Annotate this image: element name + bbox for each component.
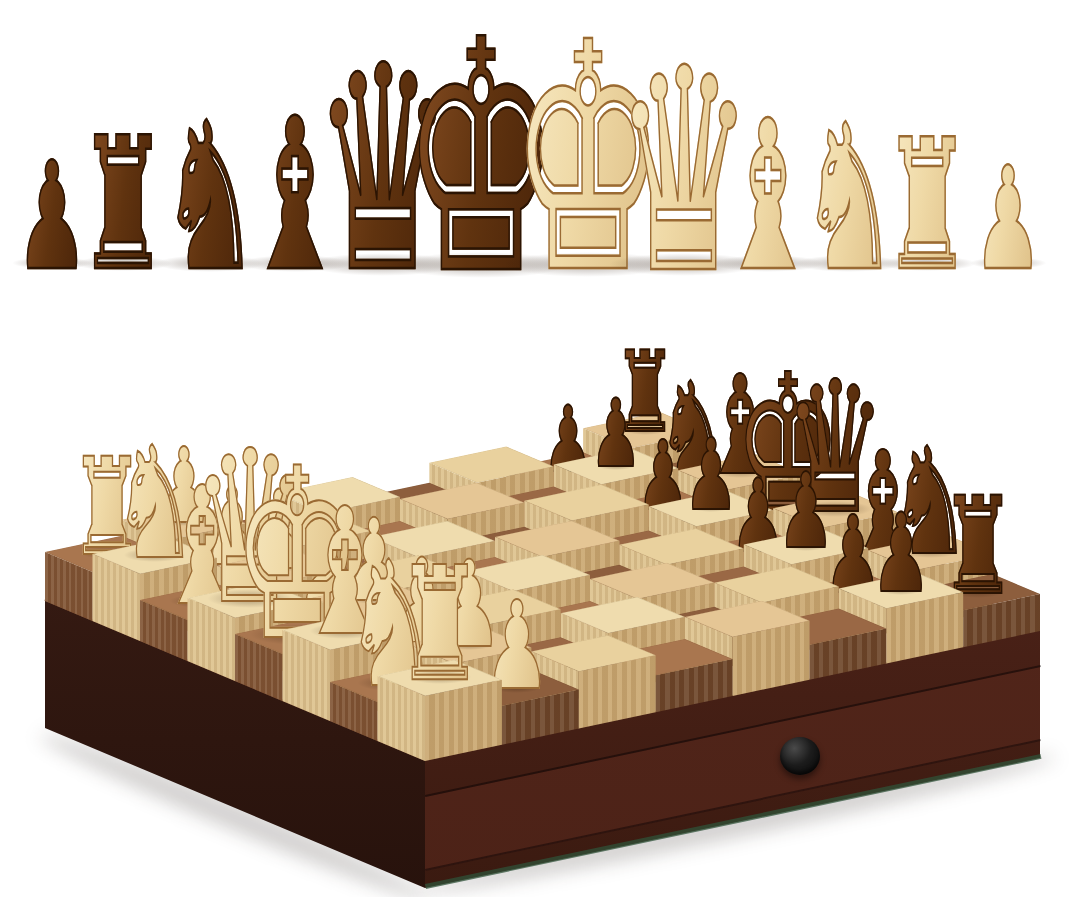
- piece-white-r-h1: ♜: [369, 545, 511, 703]
- white-r-glyph: ♜: [396, 545, 484, 703]
- light-pawn-glyph: ♟: [973, 148, 1043, 290]
- black-p-glyph: ♟: [871, 499, 932, 608]
- piece-black-p-h7: ♟: [852, 499, 950, 608]
- chess-set-photo: ♜♞♝♚♛♝♞♜♟♟♟♟♟♟♟♟♟♟♟♟♟♟♟♟♜♞♝♛♚♝♞♜ ♟♜♞♝♛♚♚…: [0, 0, 1080, 897]
- lineup-light-pawn: ♟: [944, 148, 1071, 290]
